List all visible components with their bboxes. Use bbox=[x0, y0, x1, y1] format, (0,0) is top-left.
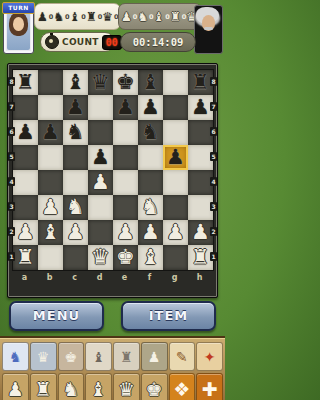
square-f5[interactable] bbox=[138, 145, 163, 170]
white-pawn: ♟ bbox=[141, 222, 160, 243]
file-label-f: f bbox=[137, 271, 162, 284]
captured-black-pieces-tray: ♟0♞0♝0♜0♛0 bbox=[34, 3, 121, 30]
square-b2[interactable]: ♝ bbox=[38, 220, 63, 245]
file-label-h: h bbox=[187, 271, 212, 284]
rank-label-right-1: 1 bbox=[210, 252, 217, 261]
rank-label-left-8: 8 bbox=[8, 77, 15, 86]
square-b8[interactable] bbox=[38, 70, 63, 95]
square-g5[interactable]: ♟ bbox=[163, 145, 188, 170]
black-bishop: ♝ bbox=[141, 72, 160, 93]
black-king: ♚ bbox=[116, 72, 135, 93]
square-g7[interactable] bbox=[163, 95, 188, 120]
card-scroll[interactable]: ✎ bbox=[169, 342, 196, 371]
board-grid: ♜♝♛♚♝♜♟♟♟♟♟♟♞♞♟♟♟♟♞♞♟♝♟♟♟♟♟♜♛♚♝♜ bbox=[12, 69, 214, 271]
opponent-mustache bbox=[204, 27, 213, 30]
white-pawn: ♟ bbox=[116, 222, 135, 243]
file-label-g: g bbox=[162, 271, 187, 284]
item-rook-icon: ♜ bbox=[35, 378, 52, 400]
card-king-white[interactable]: ♚ bbox=[58, 342, 85, 371]
rank-label-left-3: 3 bbox=[8, 202, 15, 211]
item-king-icon: ♚ bbox=[146, 378, 163, 400]
square-g4[interactable] bbox=[163, 170, 188, 195]
black-rook: ♜ bbox=[191, 72, 210, 93]
square-e1[interactable]: ♚ bbox=[113, 245, 138, 270]
white-knight: ♞ bbox=[66, 197, 85, 218]
square-e5[interactable] bbox=[113, 145, 138, 170]
square-a4[interactable] bbox=[13, 170, 38, 195]
clock-icon bbox=[45, 35, 59, 49]
white-rook: ♜ bbox=[191, 247, 210, 268]
square-d4[interactable]: ♟ bbox=[88, 170, 113, 195]
square-f2[interactable]: ♟ bbox=[138, 220, 163, 245]
square-g6[interactable] bbox=[163, 120, 188, 145]
square-a2[interactable]: ♟ bbox=[13, 220, 38, 245]
square-e3[interactable] bbox=[113, 195, 138, 220]
black-pawn: ♟ bbox=[116, 97, 135, 118]
item-card-orange-2[interactable]: ✚ bbox=[196, 373, 223, 400]
card-special[interactable]: ✦ bbox=[196, 342, 223, 371]
white-pawn: ♟ bbox=[66, 222, 85, 243]
captured-bishop: ♝0 bbox=[154, 5, 170, 29]
black-queen: ♛ bbox=[91, 72, 110, 93]
item-button[interactable]: ITEM bbox=[121, 301, 216, 331]
square-d2[interactable] bbox=[88, 220, 113, 245]
rank-label-left-4: 4 bbox=[8, 177, 15, 186]
captured-knight: ♞0 bbox=[137, 5, 153, 29]
item-knight[interactable]: ♞ bbox=[58, 373, 85, 400]
item-pawn-icon: ♟ bbox=[7, 378, 24, 400]
card-rook-gray[interactable]: ♜ bbox=[113, 342, 140, 371]
square-e8[interactable]: ♚ bbox=[113, 70, 138, 95]
white-pawn: ♟ bbox=[91, 172, 110, 193]
rank-label-left-5: 5 bbox=[8, 152, 15, 161]
square-c2[interactable]: ♟ bbox=[63, 220, 88, 245]
captured-rook: ♜0 bbox=[86, 5, 102, 29]
file-label-d: d bbox=[87, 271, 112, 284]
black-pawn: ♟ bbox=[91, 147, 110, 168]
captured-pawn: ♟0 bbox=[121, 5, 137, 29]
white-pawn: ♟ bbox=[191, 222, 210, 243]
square-e7[interactable]: ♟ bbox=[113, 95, 138, 120]
rank-label-right-8: 8 bbox=[210, 77, 217, 86]
black-knight: ♞ bbox=[141, 122, 160, 143]
file-labels: abcdefgh bbox=[12, 271, 212, 284]
square-a8[interactable]: ♜ bbox=[13, 70, 38, 95]
square-c5[interactable] bbox=[63, 145, 88, 170]
player-avatar-white: TURN bbox=[3, 2, 34, 54]
rank-label-left-2: 2 bbox=[8, 227, 15, 236]
card-scroll-icon: ✎ bbox=[176, 349, 188, 365]
captured-knight: ♞0 bbox=[53, 5, 69, 29]
square-g3[interactable] bbox=[163, 195, 188, 220]
square-b4[interactable] bbox=[38, 170, 63, 195]
rank-label-right-2: 2 bbox=[210, 227, 217, 236]
white-bishop: ♝ bbox=[141, 247, 160, 268]
captured-white-pieces-tray: ♟0♞0♝0♜0♛0 bbox=[118, 3, 202, 30]
card-pawn-white[interactable]: ♟ bbox=[141, 342, 168, 371]
square-d8[interactable]: ♛ bbox=[88, 70, 113, 95]
player-portrait bbox=[7, 12, 30, 50]
item-queen[interactable]: ♛ bbox=[113, 373, 140, 400]
black-pawn: ♟ bbox=[16, 122, 35, 143]
item-tray-row-1: ♞♛♚♝♜♟✎✦ bbox=[1, 342, 224, 371]
menu-button[interactable]: MENU bbox=[9, 301, 104, 331]
square-b5[interactable] bbox=[38, 145, 63, 170]
black-knight: ♞ bbox=[66, 122, 85, 143]
card-special-icon: ✦ bbox=[204, 349, 216, 365]
card-knight-blue-icon: ♞ bbox=[9, 349, 22, 365]
item-knight-icon: ♞ bbox=[62, 378, 79, 400]
square-f7[interactable]: ♟ bbox=[138, 95, 163, 120]
item-card-orange-1[interactable]: ❖ bbox=[169, 373, 196, 400]
item-king[interactable]: ♚ bbox=[141, 373, 168, 400]
item-card-orange-2-icon: ✚ bbox=[202, 378, 218, 400]
black-pawn: ♟ bbox=[166, 147, 185, 168]
square-f4[interactable] bbox=[138, 170, 163, 195]
square-d6[interactable] bbox=[88, 120, 113, 145]
white-queen: ♛ bbox=[91, 247, 110, 268]
card-king-white-icon: ♚ bbox=[65, 349, 78, 365]
square-d7[interactable] bbox=[88, 95, 113, 120]
item-bishop-icon: ♝ bbox=[90, 378, 107, 400]
file-label-c: c bbox=[62, 271, 87, 284]
game-timer: 00:14:09 bbox=[120, 32, 196, 52]
white-pawn: ♟ bbox=[41, 197, 60, 218]
black-pawn: ♟ bbox=[141, 97, 160, 118]
captured-rook: ♜0 bbox=[170, 5, 186, 29]
square-b7[interactable] bbox=[38, 95, 63, 120]
square-e2[interactable]: ♟ bbox=[113, 220, 138, 245]
square-f1[interactable]: ♝ bbox=[138, 245, 163, 270]
rank-label-left-6: 6 bbox=[8, 127, 15, 136]
black-pawn: ♟ bbox=[66, 97, 85, 118]
turn-indicator-badge: TURN bbox=[2, 2, 35, 14]
square-c4[interactable] bbox=[63, 170, 88, 195]
white-knight: ♞ bbox=[141, 197, 160, 218]
count-label: COUNT bbox=[62, 37, 99, 47]
captured-bishop: ♝0 bbox=[70, 5, 86, 29]
square-c1[interactable] bbox=[63, 245, 88, 270]
square-g2[interactable]: ♟ bbox=[163, 220, 188, 245]
square-c6[interactable]: ♞ bbox=[63, 120, 88, 145]
white-pawn: ♟ bbox=[166, 222, 185, 243]
square-d5[interactable]: ♟ bbox=[88, 145, 113, 170]
rank-label-right-4: 4 bbox=[210, 177, 217, 186]
rank-label-right-6: 6 bbox=[210, 127, 217, 136]
black-pawn: ♟ bbox=[41, 122, 60, 143]
card-bishop-gray-icon: ♝ bbox=[92, 349, 105, 365]
opponent-avatar-black bbox=[194, 5, 223, 54]
square-f8[interactable]: ♝ bbox=[138, 70, 163, 95]
move-count-panel: COUNT 00 bbox=[40, 32, 115, 52]
item-tray-row-2: ♟♜♞♝♛♚❖✚ bbox=[1, 373, 224, 400]
square-b3[interactable]: ♟ bbox=[38, 195, 63, 220]
file-label-e: e bbox=[112, 271, 137, 284]
captured-pawn: ♟0 bbox=[37, 5, 53, 29]
square-d3[interactable] bbox=[88, 195, 113, 220]
captured-queen: ♛0 bbox=[102, 5, 118, 29]
black-rook: ♜ bbox=[16, 72, 35, 93]
file-label-a: a bbox=[12, 271, 37, 284]
square-e4[interactable] bbox=[113, 170, 138, 195]
square-f3[interactable]: ♞ bbox=[138, 195, 163, 220]
square-g1[interactable] bbox=[163, 245, 188, 270]
item-bishop[interactable]: ♝ bbox=[85, 373, 112, 400]
white-king: ♚ bbox=[116, 247, 135, 268]
item-rook[interactable]: ♜ bbox=[30, 373, 57, 400]
item-inventory-tray: ♞♛♚♝♜♟✎✦ ♟♜♞♝♛♚❖✚ bbox=[0, 336, 225, 400]
file-label-b: b bbox=[37, 271, 62, 284]
rank-label-right-5: 5 bbox=[210, 152, 217, 161]
count-value: 00 bbox=[102, 35, 122, 50]
white-rook: ♜ bbox=[16, 247, 35, 268]
item-queen-icon: ♛ bbox=[118, 378, 135, 400]
white-bishop: ♝ bbox=[41, 222, 60, 243]
square-a5[interactable] bbox=[13, 145, 38, 170]
card-rook-gray-icon: ♜ bbox=[120, 349, 133, 365]
square-a6[interactable]: ♟ bbox=[13, 120, 38, 145]
card-knight-blue[interactable]: ♞ bbox=[2, 342, 29, 371]
card-bishop-gray[interactable]: ♝ bbox=[85, 342, 112, 371]
rank-label-right-3: 3 bbox=[210, 202, 217, 211]
card-queen-white-icon: ♛ bbox=[37, 349, 50, 365]
card-pawn-white-icon: ♟ bbox=[148, 349, 161, 365]
item-card-orange-1-icon: ❖ bbox=[173, 378, 190, 400]
square-a7[interactable] bbox=[13, 95, 38, 120]
item-pawn[interactable]: ♟ bbox=[2, 373, 29, 400]
square-g8[interactable] bbox=[163, 70, 188, 95]
square-c8[interactable]: ♝ bbox=[63, 70, 88, 95]
square-a3[interactable] bbox=[13, 195, 38, 220]
player-face bbox=[13, 17, 24, 31]
square-b6[interactable]: ♟ bbox=[38, 120, 63, 145]
rank-label-left-1: 1 bbox=[8, 252, 15, 261]
square-f6[interactable]: ♞ bbox=[138, 120, 163, 145]
square-c7[interactable]: ♟ bbox=[63, 95, 88, 120]
rank-label-left-7: 7 bbox=[8, 102, 15, 111]
black-pawn: ♟ bbox=[191, 97, 210, 118]
square-d1[interactable]: ♛ bbox=[88, 245, 113, 270]
white-pawn: ♟ bbox=[16, 222, 35, 243]
black-bishop: ♝ bbox=[66, 72, 85, 93]
chess-board: ♜♝♛♚♝♜♟♟♟♟♟♟♞♞♟♟♟♟♞♞♟♝♟♟♟♟♟♜♛♚♝♜ abcdefg… bbox=[7, 63, 218, 298]
square-e6[interactable] bbox=[113, 120, 138, 145]
card-queen-white[interactable]: ♛ bbox=[30, 342, 57, 371]
square-b1[interactable] bbox=[38, 245, 63, 270]
square-a1[interactable]: ♜ bbox=[13, 245, 38, 270]
square-c3[interactable]: ♞ bbox=[63, 195, 88, 220]
rank-label-right-7: 7 bbox=[210, 102, 217, 111]
